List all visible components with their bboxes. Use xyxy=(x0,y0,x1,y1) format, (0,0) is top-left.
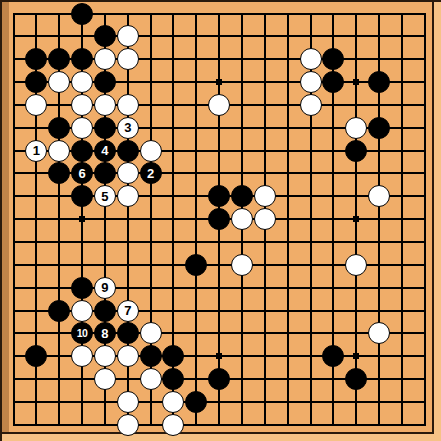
white-stone xyxy=(25,94,47,116)
white-stone xyxy=(208,94,230,116)
white-stone: 3 xyxy=(117,117,139,139)
black-stone xyxy=(185,391,207,413)
go-board: 31462597108 xyxy=(0,0,441,441)
black-stone xyxy=(25,71,47,93)
white-stone xyxy=(48,71,70,93)
black-stone xyxy=(231,185,253,207)
board-bevel-left xyxy=(2,2,9,434)
white-stone xyxy=(231,208,253,230)
move-number-label: 4 xyxy=(101,144,108,157)
white-stone xyxy=(71,300,93,322)
black-stone xyxy=(71,277,93,299)
white-stone: 1 xyxy=(25,140,47,162)
black-stone xyxy=(48,48,70,70)
white-stone xyxy=(117,414,139,436)
black-stone xyxy=(71,48,93,70)
white-stone xyxy=(71,71,93,93)
move-number-label: 1 xyxy=(33,144,40,157)
black-stone xyxy=(345,140,367,162)
move-number-label: 6 xyxy=(78,167,85,180)
star-point xyxy=(353,353,359,359)
white-stone xyxy=(140,322,162,344)
move-number-label: 5 xyxy=(101,190,108,203)
star-point xyxy=(353,79,359,85)
star-point xyxy=(353,216,359,222)
white-stone xyxy=(254,185,276,207)
grid-line-vertical xyxy=(401,13,403,426)
black-stone: 2 xyxy=(140,162,162,184)
black-stone xyxy=(48,117,70,139)
white-stone xyxy=(345,117,367,139)
star-point xyxy=(216,79,222,85)
white-stone xyxy=(368,185,390,207)
black-stone xyxy=(48,162,70,184)
grid-line-horizontal xyxy=(13,424,426,426)
white-stone xyxy=(162,391,184,413)
white-stone xyxy=(117,345,139,367)
star-point xyxy=(79,216,85,222)
white-stone xyxy=(94,94,116,116)
move-number-label: 2 xyxy=(147,167,154,180)
black-stone xyxy=(71,3,93,25)
white-stone xyxy=(117,162,139,184)
black-stone: 8 xyxy=(94,322,116,344)
white-stone: 7 xyxy=(117,300,139,322)
black-stone xyxy=(25,345,47,367)
move-number-label: 8 xyxy=(101,327,108,340)
black-stone xyxy=(71,185,93,207)
black-stone xyxy=(117,322,139,344)
black-stone xyxy=(345,368,367,390)
black-stone xyxy=(117,140,139,162)
black-stone xyxy=(94,117,116,139)
white-stone xyxy=(117,94,139,116)
black-stone xyxy=(368,117,390,139)
board-highlight-right xyxy=(434,2,441,434)
white-stone xyxy=(71,345,93,367)
white-stone xyxy=(300,48,322,70)
white-stone xyxy=(345,254,367,276)
black-stone xyxy=(185,254,207,276)
white-stone xyxy=(117,25,139,47)
move-number-label: 10 xyxy=(77,328,88,339)
white-stone: 9 xyxy=(94,277,116,299)
black-stone: 4 xyxy=(94,140,116,162)
black-stone xyxy=(94,162,116,184)
white-stone xyxy=(94,345,116,367)
black-stone xyxy=(162,345,184,367)
white-stone xyxy=(94,48,116,70)
move-number-label: 9 xyxy=(101,281,108,294)
star-point xyxy=(216,353,222,359)
white-stone xyxy=(300,71,322,93)
black-stone xyxy=(368,71,390,93)
black-stone xyxy=(208,368,230,390)
grid-line-horizontal xyxy=(13,401,426,403)
black-stone xyxy=(94,71,116,93)
white-stone xyxy=(71,94,93,116)
white-stone xyxy=(231,254,253,276)
board-highlight-bottom xyxy=(2,434,441,441)
white-stone xyxy=(117,185,139,207)
black-stone xyxy=(322,48,344,70)
black-stone: 10 xyxy=(71,322,93,344)
board-edge-top xyxy=(0,0,441,2)
black-stone xyxy=(71,140,93,162)
white-stone xyxy=(254,208,276,230)
black-stone xyxy=(162,368,184,390)
black-stone xyxy=(48,300,70,322)
white-stone xyxy=(300,94,322,116)
black-stone xyxy=(208,208,230,230)
move-number-label: 3 xyxy=(124,121,131,134)
white-stone: 5 xyxy=(94,185,116,207)
white-stone xyxy=(140,140,162,162)
white-stone xyxy=(140,368,162,390)
black-stone xyxy=(140,345,162,367)
white-stone xyxy=(368,322,390,344)
white-stone xyxy=(94,368,116,390)
grid-line-vertical xyxy=(424,13,426,426)
white-stone xyxy=(71,117,93,139)
black-stone xyxy=(322,345,344,367)
grid-line-horizontal xyxy=(13,241,426,243)
black-stone xyxy=(322,71,344,93)
black-stone xyxy=(208,185,230,207)
grid-line-vertical xyxy=(287,13,289,426)
black-stone xyxy=(94,25,116,47)
black-stone: 6 xyxy=(71,162,93,184)
white-stone xyxy=(117,48,139,70)
white-stone xyxy=(48,140,70,162)
black-stone xyxy=(25,48,47,70)
white-stone xyxy=(117,391,139,413)
black-stone xyxy=(94,300,116,322)
move-number-label: 7 xyxy=(124,304,131,317)
